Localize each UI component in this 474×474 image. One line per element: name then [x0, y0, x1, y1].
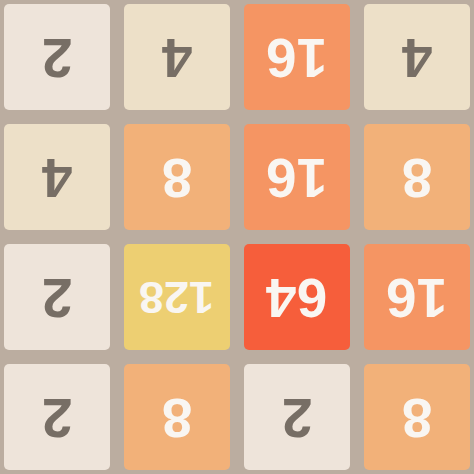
tile-value: 2: [42, 390, 73, 445]
tile-8: 8: [124, 124, 230, 230]
tile-8: 8: [364, 364, 470, 470]
tile-2: 2: [4, 244, 110, 350]
tile-value: 8: [162, 390, 193, 445]
tile-value: 8: [402, 390, 433, 445]
tile-8: 8: [364, 124, 470, 230]
tile-value: 16: [266, 150, 327, 205]
tile-16: 16: [244, 124, 350, 230]
tile-value: 4: [42, 150, 73, 205]
tile-128: 128: [124, 244, 230, 350]
tile-value: 8: [402, 150, 433, 205]
tile-value: 2: [42, 270, 73, 325]
tile-4: 4: [124, 4, 230, 110]
tile-value: 64: [266, 270, 327, 325]
tile-value: 2: [282, 390, 313, 445]
tile-16: 16: [244, 4, 350, 110]
tile-4: 4: [4, 124, 110, 230]
tile-64: 64: [244, 244, 350, 350]
tile-2: 2: [4, 364, 110, 470]
tile-2: 2: [4, 4, 110, 110]
tile-16: 16: [364, 244, 470, 350]
tile-value: 2: [42, 30, 73, 85]
tile-4: 4: [364, 4, 470, 110]
tile-value: 128: [139, 275, 214, 320]
tile-value: 8: [162, 150, 193, 205]
tile-2: 2: [244, 364, 350, 470]
tile-value: 4: [162, 30, 193, 85]
tile-value: 4: [402, 30, 433, 85]
tile-value: 16: [266, 30, 327, 85]
tile-value: 16: [386, 270, 447, 325]
board-2048[interactable]: 2416448168212864162828: [0, 0, 474, 474]
tile-8: 8: [124, 364, 230, 470]
